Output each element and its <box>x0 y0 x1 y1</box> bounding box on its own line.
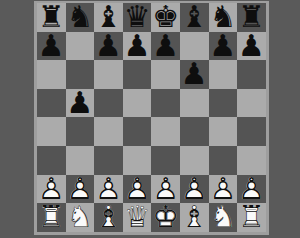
black-pawn[interactable]: ♟ <box>95 32 122 61</box>
square-e1[interactable]: ♚♔ <box>151 203 180 232</box>
white-rook-outline: ♖ <box>238 203 265 232</box>
chess-board[interactable]: ♜♞♝♛♚♝♞♜♟♟♟♟♟♟♟♟♟♙♟♙♟♙♟♙♟♙♟♙♟♙♟♙♜♖♞♘♝♗♛♕… <box>37 3 266 232</box>
square-h4[interactable] <box>237 117 266 146</box>
square-e6[interactable] <box>151 60 180 89</box>
square-b1[interactable]: ♞♘ <box>66 203 95 232</box>
square-b5[interactable]: ♟ <box>66 89 95 118</box>
square-g1[interactable]: ♞♘ <box>209 203 238 232</box>
square-e4[interactable] <box>151 117 180 146</box>
board-frame: ♜♞♝♛♚♝♞♜♟♟♟♟♟♟♟♟♟♙♟♙♟♙♟♙♟♙♟♙♟♙♟♙♜♖♞♘♝♗♛♕… <box>34 1 269 235</box>
black-bishop[interactable]: ♝ <box>181 3 208 32</box>
square-g5[interactable] <box>209 89 238 118</box>
square-d4[interactable] <box>123 117 152 146</box>
white-bishop[interactable]: ♝♗ <box>181 203 208 232</box>
square-d5[interactable] <box>123 89 152 118</box>
square-f4[interactable] <box>180 117 209 146</box>
white-knight-outline: ♘ <box>209 203 236 232</box>
square-c4[interactable] <box>94 117 123 146</box>
square-f6[interactable]: ♟ <box>180 60 209 89</box>
square-e7[interactable]: ♟ <box>151 32 180 61</box>
square-f5[interactable] <box>180 89 209 118</box>
square-g6[interactable] <box>209 60 238 89</box>
square-c6[interactable] <box>94 60 123 89</box>
white-bishop-outline: ♗ <box>95 203 122 232</box>
square-h7[interactable]: ♟ <box>237 32 266 61</box>
white-bishop-outline: ♗ <box>181 203 208 232</box>
black-pawn[interactable]: ♟ <box>66 89 93 118</box>
black-pawn[interactable]: ♟ <box>38 32 65 61</box>
black-pawn[interactable]: ♟ <box>152 32 179 61</box>
square-c7[interactable]: ♟ <box>94 32 123 61</box>
white-knight-outline: ♘ <box>66 203 93 232</box>
square-b7[interactable] <box>66 32 95 61</box>
square-b8[interactable]: ♞ <box>66 3 95 32</box>
white-king[interactable]: ♚♔ <box>152 203 179 232</box>
square-a4[interactable] <box>37 117 66 146</box>
white-knight[interactable]: ♞♘ <box>66 203 93 232</box>
square-g4[interactable] <box>209 117 238 146</box>
white-king-outline: ♔ <box>152 203 179 232</box>
app-background: ♜♞♝♛♚♝♞♜♟♟♟♟♟♟♟♟♟♙♟♙♟♙♟♙♟♙♟♙♟♙♟♙♜♖♞♘♝♗♛♕… <box>0 0 300 238</box>
square-a6[interactable] <box>37 60 66 89</box>
square-h6[interactable] <box>237 60 266 89</box>
square-e5[interactable] <box>151 89 180 118</box>
square-d1[interactable]: ♛♕ <box>123 203 152 232</box>
square-c1[interactable]: ♝♗ <box>94 203 123 232</box>
square-b4[interactable] <box>66 117 95 146</box>
white-knight[interactable]: ♞♘ <box>209 203 236 232</box>
black-pawn[interactable]: ♟ <box>124 32 151 61</box>
square-f1[interactable]: ♝♗ <box>180 203 209 232</box>
white-bishop[interactable]: ♝♗ <box>95 203 122 232</box>
black-knight[interactable]: ♞ <box>66 3 93 32</box>
square-g7[interactable]: ♟ <box>209 32 238 61</box>
square-a5[interactable] <box>37 89 66 118</box>
black-pawn[interactable]: ♟ <box>238 32 265 61</box>
white-rook[interactable]: ♜♖ <box>238 203 265 232</box>
white-rook[interactable]: ♜♖ <box>38 203 65 232</box>
square-a7[interactable]: ♟ <box>37 32 66 61</box>
square-a1[interactable]: ♜♖ <box>37 203 66 232</box>
square-d6[interactable] <box>123 60 152 89</box>
black-pawn[interactable]: ♟ <box>181 60 208 89</box>
square-d7[interactable]: ♟ <box>123 32 152 61</box>
white-rook-outline: ♖ <box>38 203 65 232</box>
white-queen[interactable]: ♛♕ <box>124 203 151 232</box>
square-f8[interactable]: ♝ <box>180 3 209 32</box>
black-pawn[interactable]: ♟ <box>209 32 236 61</box>
square-h1[interactable]: ♜♖ <box>237 203 266 232</box>
square-c5[interactable] <box>94 89 123 118</box>
square-h5[interactable] <box>237 89 266 118</box>
white-queen-outline: ♕ <box>124 203 151 232</box>
